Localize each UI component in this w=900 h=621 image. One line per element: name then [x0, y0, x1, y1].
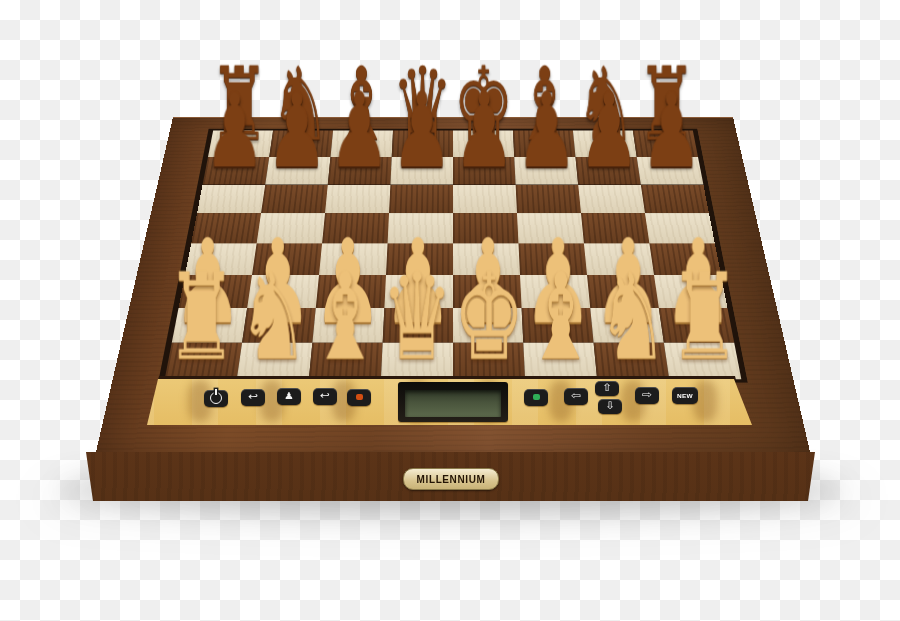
green-led-button[interactable] — [524, 389, 548, 406]
new-button[interactable]: NEW — [672, 387, 698, 404]
lcd-screen — [405, 390, 501, 417]
right-button[interactable]: ⇨ — [635, 387, 659, 404]
take-back-button[interactable]: ↩ — [241, 389, 265, 406]
undo-arrow-icon: ↩ — [248, 392, 258, 402]
product-photo-stage: ♜♞♝♛♚♝♞♜♟♟♟♟♟♟♟♟♟♟♟♟♟♟♟♟♜♞♝♛♚♝♞♜ MILLENN… — [0, 0, 900, 621]
replay-button[interactable]: ↪ — [313, 388, 337, 405]
pawn-button[interactable]: ♟ — [277, 388, 301, 405]
down-button[interactable]: ⇩ — [598, 399, 622, 414]
green-dot-icon — [533, 394, 540, 400]
power-button[interactable] — [204, 390, 228, 407]
pawn-icon: ♟ — [284, 391, 294, 400]
arrow-left-icon: ⇦ — [571, 391, 581, 401]
lcd-display — [398, 382, 508, 422]
power-icon — [210, 392, 222, 404]
red-led-button[interactable] — [347, 389, 371, 406]
up-button[interactable]: ⇧ — [595, 381, 619, 396]
control-panel: ↩♟↪⇦⇧⇩⇨NEW — [0, 0, 900, 621]
arrow-right-icon: ⇨ — [642, 390, 652, 400]
red-dot-icon — [356, 394, 363, 400]
left-button[interactable]: ⇦ — [564, 388, 588, 405]
redo-arrow-icon: ↪ — [320, 391, 330, 401]
arrow-up-icon: ⇧ — [602, 383, 612, 393]
arrow-down-icon: ⇩ — [605, 401, 615, 411]
